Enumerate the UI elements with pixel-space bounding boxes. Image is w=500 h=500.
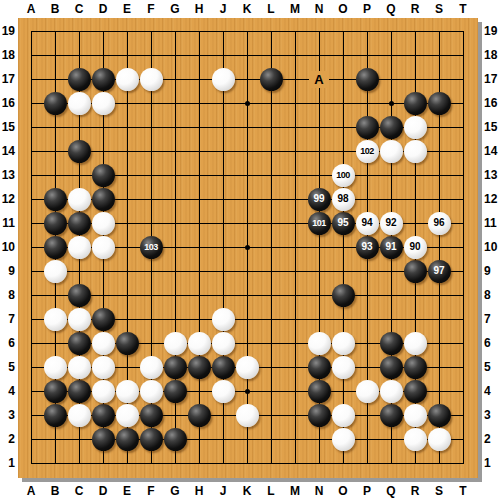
- stone-white-C10[interactable]: [68, 236, 91, 259]
- move-number-99: 99: [313, 194, 324, 204]
- row-label-right-5: 5: [484, 355, 500, 379]
- row-label-right-1: 1: [484, 451, 500, 475]
- row-label-left-15: 15: [0, 115, 15, 139]
- stone-black-L17[interactable]: [260, 68, 283, 91]
- move-number-93: 93: [361, 242, 372, 252]
- col-label-bottom-O: O: [331, 483, 355, 499]
- stone-white-P14[interactable]: 102: [356, 140, 379, 163]
- stone-white-R14[interactable]: [404, 140, 427, 163]
- move-number-101: 101: [312, 219, 326, 228]
- row-label-left-10: 10: [0, 235, 15, 259]
- go-board-diagram: AABBCCDDEEFFGGHHJJKKLLMMNNOOPPQQRRSSTT19…: [0, 0, 500, 500]
- row-label-left-2: 2: [0, 427, 15, 451]
- stone-white-H6[interactable]: [188, 332, 211, 355]
- row-label-left-13: 13: [0, 163, 15, 187]
- row-label-left-7: 7: [0, 307, 15, 331]
- col-label-top-E: E: [115, 1, 139, 17]
- row-label-right-11: 11: [484, 211, 500, 235]
- move-number-98: 98: [337, 194, 348, 204]
- stone-black-E6[interactable]: [116, 332, 139, 355]
- col-label-bottom-K: K: [235, 483, 259, 499]
- stone-black-S16[interactable]: [428, 92, 451, 115]
- stone-white-D4[interactable]: [92, 380, 115, 403]
- stone-black-D2[interactable]: [92, 428, 115, 451]
- row-label-right-19: 19: [484, 19, 500, 43]
- stone-black-B3[interactable]: [44, 404, 67, 427]
- stone-white-K3[interactable]: [236, 404, 259, 427]
- row-label-right-13: 13: [484, 163, 500, 187]
- move-number-95: 95: [337, 218, 348, 228]
- stone-black-C4[interactable]: [68, 380, 91, 403]
- stone-white-F5[interactable]: [140, 356, 163, 379]
- move-number-103: 103: [144, 243, 158, 252]
- stone-black-D12[interactable]: [92, 188, 115, 211]
- col-label-top-C: C: [67, 1, 91, 17]
- row-label-left-3: 3: [0, 403, 15, 427]
- stone-white-D10[interactable]: [92, 236, 115, 259]
- move-number-94: 94: [361, 218, 372, 228]
- row-label-right-18: 18: [484, 43, 500, 67]
- stone-black-F10[interactable]: 103: [140, 236, 163, 259]
- stone-white-B9[interactable]: [44, 260, 67, 283]
- stone-black-G4[interactable]: [164, 380, 187, 403]
- stone-white-C7[interactable]: [68, 308, 91, 331]
- col-label-bottom-N: N: [307, 483, 331, 499]
- stone-black-P17[interactable]: [356, 68, 379, 91]
- stone-black-N3[interactable]: [308, 404, 331, 427]
- stone-black-F2[interactable]: [140, 428, 163, 451]
- stone-white-D6[interactable]: [92, 332, 115, 355]
- row-label-right-10: 10: [484, 235, 500, 259]
- stone-white-P11[interactable]: 94: [356, 212, 379, 235]
- star-point-K4: [245, 389, 250, 394]
- stone-black-N5[interactable]: [308, 356, 331, 379]
- row-label-right-7: 7: [484, 307, 500, 331]
- stone-white-E4[interactable]: [116, 380, 139, 403]
- stone-black-C8[interactable]: [68, 284, 91, 307]
- row-label-right-6: 6: [484, 331, 500, 355]
- stone-white-D11[interactable]: [92, 212, 115, 235]
- row-label-left-12: 12: [0, 187, 15, 211]
- row-label-left-4: 4: [0, 379, 15, 403]
- stone-white-O2[interactable]: [332, 428, 355, 451]
- stone-white-B7[interactable]: [44, 308, 67, 331]
- stone-black-D13[interactable]: [92, 164, 115, 187]
- stone-black-C14[interactable]: [68, 140, 91, 163]
- move-number-102: 102: [360, 147, 374, 156]
- stone-black-Q3[interactable]: [380, 404, 403, 427]
- row-label-left-1: 1: [0, 451, 15, 475]
- move-number-100: 100: [336, 171, 350, 180]
- col-label-bottom-J: J: [211, 483, 235, 499]
- stone-black-Q10[interactable]: 91: [380, 236, 403, 259]
- stone-white-E3[interactable]: [116, 404, 139, 427]
- stone-white-E17[interactable]: [116, 68, 139, 91]
- row-label-right-17: 17: [484, 67, 500, 91]
- stone-black-D17[interactable]: [92, 68, 115, 91]
- stone-black-Q15[interactable]: [380, 116, 403, 139]
- col-label-top-P: P: [355, 1, 379, 17]
- row-label-left-8: 8: [0, 283, 15, 307]
- row-label-left-14: 14: [0, 139, 15, 163]
- star-point-K16: [245, 101, 250, 106]
- stone-white-G6[interactable]: [164, 332, 187, 355]
- stone-white-O12[interactable]: 98: [332, 188, 355, 211]
- stone-white-F17[interactable]: [140, 68, 163, 91]
- col-label-top-B: B: [43, 1, 67, 17]
- stone-white-R15[interactable]: [404, 116, 427, 139]
- stone-black-R4[interactable]: [404, 380, 427, 403]
- star-point-K10: [245, 245, 250, 250]
- stone-black-P10[interactable]: 93: [356, 236, 379, 259]
- stone-black-S9[interactable]: 97: [428, 260, 451, 283]
- col-label-top-L: L: [259, 1, 283, 17]
- col-label-bottom-R: R: [403, 483, 427, 499]
- stone-black-B4[interactable]: [44, 380, 67, 403]
- row-label-right-3: 3: [484, 403, 500, 427]
- col-label-top-O: O: [331, 1, 355, 17]
- stone-white-O6[interactable]: [332, 332, 355, 355]
- row-label-left-5: 5: [0, 355, 15, 379]
- stone-white-O3[interactable]: [332, 404, 355, 427]
- col-label-top-N: N: [307, 1, 331, 17]
- stone-black-Q5[interactable]: [380, 356, 403, 379]
- row-label-left-16: 16: [0, 91, 15, 115]
- stone-white-P4[interactable]: [356, 380, 379, 403]
- stone-white-J17[interactable]: [212, 68, 235, 91]
- stone-white-O13[interactable]: 100: [332, 164, 355, 187]
- stone-white-Q4[interactable]: [380, 380, 403, 403]
- move-number-90: 90: [409, 242, 420, 252]
- row-label-right-2: 2: [484, 427, 500, 451]
- stone-black-B11[interactable]: [44, 212, 67, 235]
- row-label-right-9: 9: [484, 259, 500, 283]
- star-point-Q16: [389, 101, 394, 106]
- col-label-bottom-E: E: [115, 483, 139, 499]
- move-number-92: 92: [385, 218, 396, 228]
- row-label-right-12: 12: [484, 187, 500, 211]
- col-label-top-F: F: [139, 1, 163, 17]
- stone-white-B5[interactable]: [44, 356, 67, 379]
- stone-black-C17[interactable]: [68, 68, 91, 91]
- stone-white-R2[interactable]: [404, 428, 427, 451]
- stone-black-S3[interactable]: [428, 404, 451, 427]
- stone-white-R6[interactable]: [404, 332, 427, 355]
- col-label-top-H: H: [187, 1, 211, 17]
- col-label-bottom-F: F: [139, 483, 163, 499]
- stone-white-S2[interactable]: [428, 428, 451, 451]
- stone-black-C11[interactable]: [68, 212, 91, 235]
- stone-black-F3[interactable]: [140, 404, 163, 427]
- stone-white-R10[interactable]: 90: [404, 236, 427, 259]
- stone-white-Q11[interactable]: 92: [380, 212, 403, 235]
- stone-white-J6[interactable]: [212, 332, 235, 355]
- stone-white-C3[interactable]: [68, 404, 91, 427]
- stone-white-C16[interactable]: [68, 92, 91, 115]
- stone-black-J5[interactable]: [212, 356, 235, 379]
- stone-white-S11[interactable]: 96: [428, 212, 451, 235]
- stone-black-B12[interactable]: [44, 188, 67, 211]
- stone-black-R16[interactable]: [404, 92, 427, 115]
- col-label-top-M: M: [283, 1, 307, 17]
- stone-white-C12[interactable]: [68, 188, 91, 211]
- stone-white-R3[interactable]: [404, 404, 427, 427]
- move-number-97: 97: [433, 266, 444, 276]
- stone-black-G5[interactable]: [164, 356, 187, 379]
- move-number-96: 96: [433, 218, 444, 228]
- row-label-left-6: 6: [0, 331, 15, 355]
- annotation-A-N17: A: [309, 71, 329, 88]
- stone-black-E2[interactable]: [116, 428, 139, 451]
- stone-white-K5[interactable]: [236, 356, 259, 379]
- stone-black-R9[interactable]: [404, 260, 427, 283]
- col-label-top-G: G: [163, 1, 187, 17]
- col-label-top-D: D: [91, 1, 115, 17]
- stone-black-D7[interactable]: [92, 308, 115, 331]
- stone-white-O5[interactable]: [332, 356, 355, 379]
- stone-black-O11[interactable]: 95: [332, 212, 355, 235]
- stone-black-N12[interactable]: 99: [308, 188, 331, 211]
- col-label-bottom-Q: Q: [379, 483, 403, 499]
- stone-black-C6[interactable]: [68, 332, 91, 355]
- stone-black-G2[interactable]: [164, 428, 187, 451]
- row-label-left-19: 19: [0, 19, 15, 43]
- stone-white-J4[interactable]: [212, 380, 235, 403]
- row-label-left-11: 11: [0, 211, 15, 235]
- col-label-top-T: T: [451, 1, 475, 17]
- col-label-bottom-A: A: [19, 483, 43, 499]
- row-label-right-15: 15: [484, 115, 500, 139]
- stone-black-P15[interactable]: [356, 116, 379, 139]
- stone-black-N11[interactable]: 101: [308, 212, 331, 235]
- stone-black-H5[interactable]: [188, 356, 211, 379]
- col-label-bottom-L: L: [259, 483, 283, 499]
- col-label-bottom-H: H: [187, 483, 211, 499]
- col-label-bottom-B: B: [43, 483, 67, 499]
- move-number-91: 91: [385, 242, 396, 252]
- col-label-bottom-S: S: [427, 483, 451, 499]
- row-label-right-16: 16: [484, 91, 500, 115]
- col-label-bottom-P: P: [355, 483, 379, 499]
- row-label-right-14: 14: [484, 139, 500, 163]
- col-label-bottom-T: T: [451, 483, 475, 499]
- stone-white-J7[interactable]: [212, 308, 235, 331]
- col-label-top-R: R: [403, 1, 427, 17]
- stone-white-D5[interactable]: [92, 356, 115, 379]
- col-label-top-J: J: [211, 1, 235, 17]
- col-label-top-K: K: [235, 1, 259, 17]
- row-label-right-8: 8: [484, 283, 500, 307]
- col-label-bottom-C: C: [67, 483, 91, 499]
- stone-black-R5[interactable]: [404, 356, 427, 379]
- stone-black-B10[interactable]: [44, 236, 67, 259]
- stone-white-C5[interactable]: [68, 356, 91, 379]
- col-label-bottom-M: M: [283, 483, 307, 499]
- stone-white-N6[interactable]: [308, 332, 331, 355]
- row-label-left-9: 9: [0, 259, 15, 283]
- stone-white-D16[interactable]: [92, 92, 115, 115]
- row-label-left-17: 17: [0, 67, 15, 91]
- col-label-bottom-D: D: [91, 483, 115, 499]
- stone-black-Q6[interactable]: [380, 332, 403, 355]
- stone-white-F4[interactable]: [140, 380, 163, 403]
- col-label-bottom-G: G: [163, 483, 187, 499]
- stone-black-H3[interactable]: [188, 404, 211, 427]
- col-label-top-S: S: [427, 1, 451, 17]
- stone-black-D3[interactable]: [92, 404, 115, 427]
- stone-black-O8[interactable]: [332, 284, 355, 307]
- stone-black-B16[interactable]: [44, 92, 67, 115]
- stone-white-Q14[interactable]: [380, 140, 403, 163]
- stone-black-N4[interactable]: [308, 380, 331, 403]
- col-label-top-A: A: [19, 1, 43, 17]
- row-label-left-18: 18: [0, 43, 15, 67]
- row-label-right-4: 4: [484, 379, 500, 403]
- col-label-top-Q: Q: [379, 1, 403, 17]
